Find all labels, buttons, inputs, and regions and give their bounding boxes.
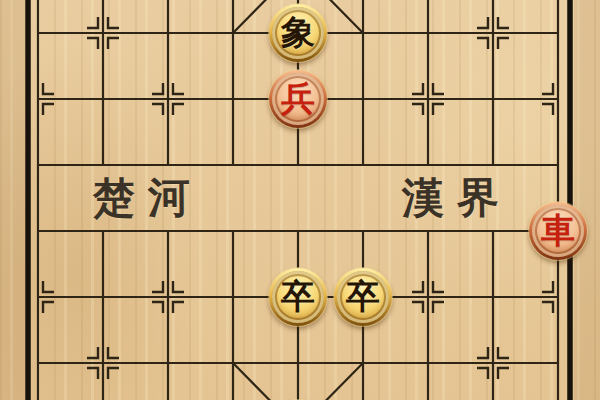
piece-black-elephant[interactable]: 象: [269, 4, 327, 62]
board-intersections-grid[interactable]: 象兵車卒卒: [6, 0, 591, 400]
piece-red-soldier[interactable]: 兵: [269, 70, 327, 128]
piece-character: 卒: [334, 268, 392, 326]
piece-black-soldier-2[interactable]: 卒: [269, 268, 327, 326]
piece-character: 車: [529, 202, 587, 260]
piece-red-chariot[interactable]: 車: [529, 202, 587, 260]
piece-character: 象: [269, 4, 327, 62]
xiangqi-board: 楚河 漢界 象兵車卒卒: [0, 0, 600, 400]
piece-black-soldier-3[interactable]: 卒: [334, 268, 392, 326]
piece-character: 兵: [269, 70, 327, 128]
piece-character: 卒: [269, 268, 327, 326]
